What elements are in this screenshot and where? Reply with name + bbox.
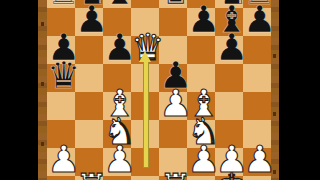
piece-white-queen-d6[interactable]: ♛	[131, 32, 159, 64]
piece-black-pawn-g6[interactable]: ♟	[215, 32, 243, 64]
piece-black-pawn-f7[interactable]: ♟	[187, 4, 215, 36]
piece-white-pawn-a2[interactable]: ♟	[47, 144, 75, 176]
piece-white-pawn-e4[interactable]: ♟	[159, 88, 187, 120]
piece-black-rook-a8[interactable]: ♜	[47, 0, 75, 8]
letterbox-left	[0, 0, 38, 180]
board-frame-left	[38, 0, 47, 180]
piece-black-king-e8[interactable]: ♚	[159, 0, 187, 8]
piece-white-rook-e1[interactable]: ♜	[159, 172, 187, 180]
piece-black-pawn-c6[interactable]: ♟	[103, 32, 131, 64]
piece-black-queen-a5[interactable]: ♛	[47, 60, 75, 92]
piece-white-king-g1[interactable]: ♚	[215, 172, 243, 180]
chessboard[interactable]: ♜♞♝♚♞♜♟♟♝♟♟♟♛♟♛♟♝♟♝♞♞♟♟♟♟♟♜♜♚	[47, 0, 271, 180]
square-h4[interactable]	[243, 92, 271, 120]
piece-white-rook-b1[interactable]: ♜	[75, 172, 103, 180]
letterbox-right	[279, 0, 320, 180]
video-frame: ♜♞♝♚♞♜♟♟♝♟♟♟♛♟♛♟♝♟♝♞♞♟♟♟♟♟♜♜♚	[0, 0, 320, 180]
